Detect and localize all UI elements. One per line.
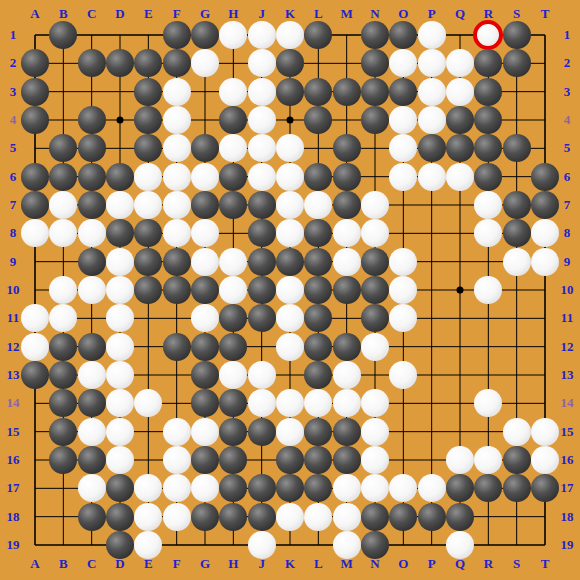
white-stone-m9[interactable] <box>333 248 361 276</box>
white-stone-p6[interactable] <box>418 163 446 191</box>
col-label-top-e: E <box>144 6 153 22</box>
col-label-bottom-c: C <box>87 556 96 572</box>
white-stone-r10[interactable] <box>474 276 502 304</box>
black-stone-s7[interactable] <box>503 191 531 219</box>
black-stone-g14[interactable] <box>191 389 219 417</box>
black-stone-a3[interactable] <box>21 78 49 106</box>
white-stone-n17[interactable] <box>361 474 389 502</box>
black-stone-f9[interactable] <box>163 248 191 276</box>
white-stone-t8[interactable] <box>531 219 559 247</box>
black-stone-h12[interactable] <box>219 333 247 361</box>
black-stone-d17[interactable] <box>106 474 134 502</box>
black-stone-t7[interactable] <box>531 191 559 219</box>
black-stone-l11[interactable] <box>304 304 332 332</box>
black-stone-e5[interactable] <box>134 134 162 162</box>
white-stone-n15[interactable] <box>361 418 389 446</box>
black-stone-s17[interactable] <box>503 474 531 502</box>
black-stone-r4[interactable] <box>474 106 502 134</box>
row-label-left-17: 17 <box>7 480 20 496</box>
white-stone-f17[interactable] <box>163 474 191 502</box>
row-label-left-8: 8 <box>10 225 17 241</box>
black-stone-q17[interactable] <box>446 474 474 502</box>
black-stone-l17[interactable] <box>304 474 332 502</box>
white-stone-j5[interactable] <box>248 134 276 162</box>
white-stone-e7[interactable] <box>134 191 162 219</box>
black-stone-s2[interactable] <box>503 49 531 77</box>
black-stone-m16[interactable] <box>333 446 361 474</box>
black-stone-n1[interactable] <box>361 21 389 49</box>
black-stone-f10[interactable] <box>163 276 191 304</box>
row-label-left-4: 4 <box>10 112 17 128</box>
row-label-left-7: 7 <box>10 197 17 213</box>
white-stone-t9[interactable] <box>531 248 559 276</box>
white-stone-d16[interactable] <box>106 446 134 474</box>
black-stone-m12[interactable] <box>333 333 361 361</box>
black-stone-c18[interactable] <box>78 503 106 531</box>
white-stone-f18[interactable] <box>163 503 191 531</box>
white-stone-t15[interactable] <box>531 418 559 446</box>
row-label-right-2: 2 <box>564 55 571 71</box>
row-label-right-1: 1 <box>564 27 571 43</box>
col-label-bottom-t: T <box>541 556 550 572</box>
black-stone-c7[interactable] <box>78 191 106 219</box>
black-stone-g13[interactable] <box>191 361 219 389</box>
black-stone-m7[interactable] <box>333 191 361 219</box>
black-stone-g12[interactable] <box>191 333 219 361</box>
white-stone-k12[interactable] <box>276 333 304 361</box>
col-label-top-h: H <box>228 6 238 22</box>
black-stone-g7[interactable] <box>191 191 219 219</box>
white-stone-n8[interactable] <box>361 219 389 247</box>
white-stone-c13[interactable] <box>78 361 106 389</box>
col-label-top-j: J <box>258 6 265 22</box>
white-stone-h10[interactable] <box>219 276 247 304</box>
black-stone-h14[interactable] <box>219 389 247 417</box>
white-stone-n12[interactable] <box>361 333 389 361</box>
row-label-right-6: 6 <box>564 169 571 185</box>
black-stone-n9[interactable] <box>361 248 389 276</box>
star-point-k4 <box>287 117 294 124</box>
white-stone-j2[interactable] <box>248 49 276 77</box>
black-stone-k9[interactable] <box>276 248 304 276</box>
white-stone-n16[interactable] <box>361 446 389 474</box>
black-stone-k2[interactable] <box>276 49 304 77</box>
white-stone-h3[interactable] <box>219 78 247 106</box>
white-stone-g6[interactable] <box>191 163 219 191</box>
white-stone-e14[interactable] <box>134 389 162 417</box>
black-stone-g1[interactable] <box>191 21 219 49</box>
white-stone-c15[interactable] <box>78 418 106 446</box>
black-stone-b13[interactable] <box>49 361 77 389</box>
black-stone-b1[interactable] <box>49 21 77 49</box>
white-stone-f7[interactable] <box>163 191 191 219</box>
white-stone-b7[interactable] <box>49 191 77 219</box>
row-label-left-2: 2 <box>10 55 17 71</box>
white-stone-k18[interactable] <box>276 503 304 531</box>
black-stone-j17[interactable] <box>248 474 276 502</box>
white-stone-h5[interactable] <box>219 134 247 162</box>
white-stone-j19[interactable] <box>248 531 276 559</box>
white-stone-m19[interactable] <box>333 531 361 559</box>
row-label-right-11: 11 <box>561 310 573 326</box>
black-stone-h6[interactable] <box>219 163 247 191</box>
black-stone-b5[interactable] <box>49 134 77 162</box>
row-label-right-10: 10 <box>561 282 574 298</box>
white-stone-s15[interactable] <box>503 418 531 446</box>
row-label-right-5: 5 <box>564 140 571 156</box>
black-stone-m6[interactable] <box>333 163 361 191</box>
white-stone-p17[interactable] <box>418 474 446 502</box>
white-stone-d9[interactable] <box>106 248 134 276</box>
star-point-q10 <box>457 287 464 294</box>
white-stone-r16[interactable] <box>474 446 502 474</box>
white-stone-d7[interactable] <box>106 191 134 219</box>
black-stone-h16[interactable] <box>219 446 247 474</box>
white-stone-g17[interactable] <box>191 474 219 502</box>
black-stone-e9[interactable] <box>134 248 162 276</box>
col-label-top-p: P <box>428 6 436 22</box>
black-stone-d19[interactable] <box>106 531 134 559</box>
white-stone-o10[interactable] <box>389 276 417 304</box>
black-stone-e10[interactable] <box>134 276 162 304</box>
black-stone-c4[interactable] <box>78 106 106 134</box>
white-stone-d14[interactable] <box>106 389 134 417</box>
black-stone-h15[interactable] <box>219 418 247 446</box>
black-stone-e8[interactable] <box>134 219 162 247</box>
white-stone-e6[interactable] <box>134 163 162 191</box>
black-stone-r2[interactable] <box>474 49 502 77</box>
black-stone-b6[interactable] <box>49 163 77 191</box>
black-stone-n11[interactable] <box>361 304 389 332</box>
black-stone-p5[interactable] <box>418 134 446 162</box>
black-stone-e3[interactable] <box>134 78 162 106</box>
white-stone-t16[interactable] <box>531 446 559 474</box>
black-stone-a2[interactable] <box>21 49 49 77</box>
black-stone-n10[interactable] <box>361 276 389 304</box>
white-stone-l14[interactable] <box>304 389 332 417</box>
black-stone-l1[interactable] <box>304 21 332 49</box>
white-stone-j14[interactable] <box>248 389 276 417</box>
black-stone-j11[interactable] <box>248 304 276 332</box>
black-stone-d18[interactable] <box>106 503 134 531</box>
white-stone-r8[interactable] <box>474 219 502 247</box>
black-stone-n19[interactable] <box>361 531 389 559</box>
row-label-left-19: 19 <box>7 537 20 553</box>
black-stone-s16[interactable] <box>503 446 531 474</box>
white-stone-p4[interactable] <box>418 106 446 134</box>
white-stone-k14[interactable] <box>276 389 304 417</box>
white-stone-o11[interactable] <box>389 304 417 332</box>
black-stone-k3[interactable] <box>276 78 304 106</box>
white-stone-d11[interactable] <box>106 304 134 332</box>
black-stone-e4[interactable] <box>134 106 162 134</box>
row-label-left-14: 14 <box>7 395 20 411</box>
col-label-bottom-f: F <box>173 556 181 572</box>
white-stone-o6[interactable] <box>389 163 417 191</box>
black-stone-t6[interactable] <box>531 163 559 191</box>
black-stone-j15[interactable] <box>248 418 276 446</box>
white-stone-f8[interactable] <box>163 219 191 247</box>
col-label-top-g: G <box>200 6 210 22</box>
black-stone-r6[interactable] <box>474 163 502 191</box>
white-stone-p1[interactable] <box>418 21 446 49</box>
black-stone-e2[interactable] <box>134 49 162 77</box>
white-stone-d13[interactable] <box>106 361 134 389</box>
black-stone-c14[interactable] <box>78 389 106 417</box>
white-stone-m13[interactable] <box>333 361 361 389</box>
white-stone-q2[interactable] <box>446 49 474 77</box>
black-stone-a7[interactable] <box>21 191 49 219</box>
white-stone-k15[interactable] <box>276 418 304 446</box>
row-label-left-9: 9 <box>10 254 17 270</box>
black-stone-l9[interactable] <box>304 248 332 276</box>
white-stone-r7[interactable] <box>474 191 502 219</box>
black-stone-l12[interactable] <box>304 333 332 361</box>
white-stone-b11[interactable] <box>49 304 77 332</box>
white-stone-e18[interactable] <box>134 503 162 531</box>
black-stone-l6[interactable] <box>304 163 332 191</box>
white-stone-r1-last-move[interactable] <box>473 20 503 50</box>
black-stone-j7[interactable] <box>248 191 276 219</box>
black-stone-d6[interactable] <box>106 163 134 191</box>
black-stone-s5[interactable] <box>503 134 531 162</box>
row-label-right-7: 7 <box>564 197 571 213</box>
col-label-bottom-r: R <box>484 556 493 572</box>
white-stone-k5[interactable] <box>276 134 304 162</box>
black-stone-j9[interactable] <box>248 248 276 276</box>
black-stone-a13[interactable] <box>21 361 49 389</box>
black-stone-r17[interactable] <box>474 474 502 502</box>
black-stone-n4[interactable] <box>361 106 389 134</box>
white-stone-g9[interactable] <box>191 248 219 276</box>
black-stone-o18[interactable] <box>389 503 417 531</box>
black-stone-f1[interactable] <box>163 21 191 49</box>
row-label-left-5: 5 <box>10 140 17 156</box>
white-stone-a8[interactable] <box>21 219 49 247</box>
col-label-top-b: B <box>59 6 68 22</box>
col-label-top-c: C <box>87 6 96 22</box>
white-stone-c17[interactable] <box>78 474 106 502</box>
black-stone-h4[interactable] <box>219 106 247 134</box>
black-stone-l16[interactable] <box>304 446 332 474</box>
black-stone-q18[interactable] <box>446 503 474 531</box>
black-stone-r5[interactable] <box>474 134 502 162</box>
go-board[interactable]: AABBCCDDEEFFGGHHJJKKLLMMNNOOPPQQRRSSTT11… <box>0 0 580 580</box>
black-stone-c5[interactable] <box>78 134 106 162</box>
col-label-bottom-h: H <box>228 556 238 572</box>
white-stone-j13[interactable] <box>248 361 276 389</box>
black-stone-l4[interactable] <box>304 106 332 134</box>
row-label-left-11: 11 <box>7 310 19 326</box>
white-stone-d10[interactable] <box>106 276 134 304</box>
white-stone-k8[interactable] <box>276 219 304 247</box>
white-stone-d15[interactable] <box>106 418 134 446</box>
row-label-left-10: 10 <box>7 282 20 298</box>
white-stone-s9[interactable] <box>503 248 531 276</box>
white-stone-m17[interactable] <box>333 474 361 502</box>
white-stone-r14[interactable] <box>474 389 502 417</box>
row-label-right-19: 19 <box>561 537 574 553</box>
white-stone-h9[interactable] <box>219 248 247 276</box>
black-stone-q5[interactable] <box>446 134 474 162</box>
black-stone-c16[interactable] <box>78 446 106 474</box>
white-stone-h13[interactable] <box>219 361 247 389</box>
white-stone-o9[interactable] <box>389 248 417 276</box>
white-stone-m8[interactable] <box>333 219 361 247</box>
black-stone-p18[interactable] <box>418 503 446 531</box>
white-stone-a11[interactable] <box>21 304 49 332</box>
row-label-left-6: 6 <box>10 169 17 185</box>
white-stone-o5[interactable] <box>389 134 417 162</box>
black-stone-c6[interactable] <box>78 163 106 191</box>
col-label-top-q: Q <box>455 6 465 22</box>
row-label-left-1: 1 <box>10 27 17 43</box>
white-stone-n14[interactable] <box>361 389 389 417</box>
row-label-left-15: 15 <box>7 424 20 440</box>
col-label-top-m: M <box>341 6 353 22</box>
row-label-left-16: 16 <box>7 452 20 468</box>
white-stone-g15[interactable] <box>191 418 219 446</box>
black-stone-l8[interactable] <box>304 219 332 247</box>
col-label-top-n: N <box>370 6 379 22</box>
row-label-right-14: 14 <box>561 395 574 411</box>
white-stone-m14[interactable] <box>333 389 361 417</box>
white-stone-p3[interactable] <box>418 78 446 106</box>
black-stone-g16[interactable] <box>191 446 219 474</box>
white-stone-g11[interactable] <box>191 304 219 332</box>
black-stone-d2[interactable] <box>106 49 134 77</box>
row-label-right-16: 16 <box>561 452 574 468</box>
white-stone-k1[interactable] <box>276 21 304 49</box>
white-stone-q19[interactable] <box>446 531 474 559</box>
white-stone-f5[interactable] <box>163 134 191 162</box>
black-stone-m5[interactable] <box>333 134 361 162</box>
black-stone-g18[interactable] <box>191 503 219 531</box>
black-stone-j8[interactable] <box>248 219 276 247</box>
black-stone-s1[interactable] <box>503 21 531 49</box>
white-stone-k11[interactable] <box>276 304 304 332</box>
black-stone-l13[interactable] <box>304 361 332 389</box>
white-stone-l7[interactable] <box>304 191 332 219</box>
black-stone-c2[interactable] <box>78 49 106 77</box>
col-label-bottom-a: A <box>30 556 39 572</box>
row-label-right-8: 8 <box>564 225 571 241</box>
black-stone-a6[interactable] <box>21 163 49 191</box>
white-stone-o2[interactable] <box>389 49 417 77</box>
black-stone-b16[interactable] <box>49 446 77 474</box>
white-stone-f15[interactable] <box>163 418 191 446</box>
white-stone-o17[interactable] <box>389 474 417 502</box>
black-stone-n18[interactable] <box>361 503 389 531</box>
black-stone-q4[interactable] <box>446 106 474 134</box>
black-stone-k16[interactable] <box>276 446 304 474</box>
white-stone-f16[interactable] <box>163 446 191 474</box>
white-stone-e17[interactable] <box>134 474 162 502</box>
black-stone-h7[interactable] <box>219 191 247 219</box>
white-stone-h1[interactable] <box>219 21 247 49</box>
white-stone-j6[interactable] <box>248 163 276 191</box>
white-stone-n7[interactable] <box>361 191 389 219</box>
white-stone-c8[interactable] <box>78 219 106 247</box>
white-stone-k10[interactable] <box>276 276 304 304</box>
white-stone-p2[interactable] <box>418 49 446 77</box>
row-label-right-13: 13 <box>561 367 574 383</box>
black-stone-h18[interactable] <box>219 503 247 531</box>
white-stone-q3[interactable] <box>446 78 474 106</box>
black-stone-n2[interactable] <box>361 49 389 77</box>
black-stone-t17[interactable] <box>531 474 559 502</box>
white-stone-o4[interactable] <box>389 106 417 134</box>
white-stone-o13[interactable] <box>389 361 417 389</box>
black-stone-f12[interactable] <box>163 333 191 361</box>
black-stone-g5[interactable] <box>191 134 219 162</box>
black-stone-o3[interactable] <box>389 78 417 106</box>
black-stone-l10[interactable] <box>304 276 332 304</box>
black-stone-b15[interactable] <box>49 418 77 446</box>
col-label-bottom-o: O <box>398 556 408 572</box>
black-stone-l15[interactable] <box>304 418 332 446</box>
white-stone-f6[interactable] <box>163 163 191 191</box>
black-stone-m3[interactable] <box>333 78 361 106</box>
black-stone-b12[interactable] <box>49 333 77 361</box>
black-stone-a4[interactable] <box>21 106 49 134</box>
black-stone-m15[interactable] <box>333 418 361 446</box>
white-stone-b8[interactable] <box>49 219 77 247</box>
white-stone-j3[interactable] <box>248 78 276 106</box>
black-stone-h11[interactable] <box>219 304 247 332</box>
white-stone-f4[interactable] <box>163 106 191 134</box>
black-stone-g10[interactable] <box>191 276 219 304</box>
white-stone-q16[interactable] <box>446 446 474 474</box>
black-stone-m10[interactable] <box>333 276 361 304</box>
white-stone-l18[interactable] <box>304 503 332 531</box>
black-stone-f2[interactable] <box>163 49 191 77</box>
black-stone-l3[interactable] <box>304 78 332 106</box>
black-stone-s8[interactable] <box>503 219 531 247</box>
col-label-top-a: A <box>30 6 39 22</box>
black-stone-n3[interactable] <box>361 78 389 106</box>
black-stone-h17[interactable] <box>219 474 247 502</box>
black-stone-c9[interactable] <box>78 248 106 276</box>
white-stone-k7[interactable] <box>276 191 304 219</box>
white-stone-k6[interactable] <box>276 163 304 191</box>
white-stone-g2[interactable] <box>191 49 219 77</box>
white-stone-g8[interactable] <box>191 219 219 247</box>
black-stone-j18[interactable] <box>248 503 276 531</box>
col-label-top-l: L <box>314 6 323 22</box>
col-label-top-d: D <box>115 6 124 22</box>
col-label-top-s: S <box>513 6 520 22</box>
white-stone-j1[interactable] <box>248 21 276 49</box>
black-stone-b14[interactable] <box>49 389 77 417</box>
black-stone-k17[interactable] <box>276 474 304 502</box>
white-stone-e19[interactable] <box>134 531 162 559</box>
black-stone-d8[interactable] <box>106 219 134 247</box>
white-stone-b10[interactable] <box>49 276 77 304</box>
white-stone-q6[interactable] <box>446 163 474 191</box>
white-stone-a12[interactable] <box>21 333 49 361</box>
white-stone-d12[interactable] <box>106 333 134 361</box>
black-stone-c12[interactable] <box>78 333 106 361</box>
black-stone-j10[interactable] <box>248 276 276 304</box>
white-stone-j4[interactable] <box>248 106 276 134</box>
col-label-bottom-b: B <box>59 556 68 572</box>
white-stone-c10[interactable] <box>78 276 106 304</box>
white-stone-m18[interactable] <box>333 503 361 531</box>
white-stone-f3[interactable] <box>163 78 191 106</box>
black-stone-r3[interactable] <box>474 78 502 106</box>
black-stone-o1[interactable] <box>389 21 417 49</box>
